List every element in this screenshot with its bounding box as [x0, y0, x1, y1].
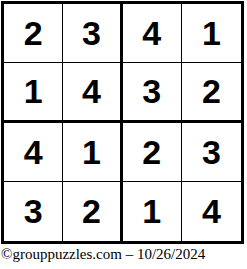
cell-digit: 1	[202, 16, 221, 50]
cell-r3c1[interactable]: 4	[4, 123, 63, 182]
cell-r2c4[interactable]: 2	[182, 63, 241, 122]
cell-digit: 3	[142, 74, 161, 108]
cell-digit: 4	[202, 194, 221, 228]
cell-digit: 4	[142, 16, 161, 50]
cell-digit: 2	[82, 194, 101, 228]
cell-digit: 3	[82, 16, 101, 50]
cell-r2c1[interactable]: 1	[4, 63, 63, 122]
cell-r4c2[interactable]: 2	[63, 182, 122, 241]
cell-digit: 4	[82, 74, 101, 108]
cell-digit: 4	[24, 135, 43, 169]
cell-r2c2[interactable]: 4	[63, 63, 122, 122]
sudoku-page: 2 3 4 1 1 4 3 2 4 1 2 3 3 2 1 4 ©grouppu…	[0, 0, 247, 269]
cell-r3c2[interactable]: 1	[63, 123, 122, 182]
cell-digit: 1	[82, 135, 101, 169]
cell-digit: 3	[24, 194, 43, 228]
cell-r4c1[interactable]: 3	[4, 182, 63, 241]
cell-r3c4[interactable]: 3	[182, 123, 241, 182]
cell-r1c3[interactable]: 4	[123, 4, 182, 63]
cell-r3c3[interactable]: 2	[123, 123, 182, 182]
cell-digit: 1	[24, 74, 43, 108]
cell-r2c3[interactable]: 3	[123, 63, 182, 122]
cell-r1c1[interactable]: 2	[4, 4, 63, 63]
cell-r4c4[interactable]: 4	[182, 182, 241, 241]
cell-r1c4[interactable]: 1	[182, 4, 241, 63]
cell-r4c3[interactable]: 1	[123, 182, 182, 241]
sudoku-board: 2 3 4 1 1 4 3 2 4 1 2 3 3 2 1 4	[1, 1, 244, 244]
cell-digit: 3	[202, 135, 221, 169]
cell-digit: 2	[142, 135, 161, 169]
cell-digit: 1	[142, 194, 161, 228]
copyright-credit: ©grouppuzzles.com – 10/26/2024	[1, 246, 205, 263]
cell-digit: 2	[24, 16, 43, 50]
cell-r1c2[interactable]: 3	[63, 4, 122, 63]
cell-digit: 2	[202, 74, 221, 108]
